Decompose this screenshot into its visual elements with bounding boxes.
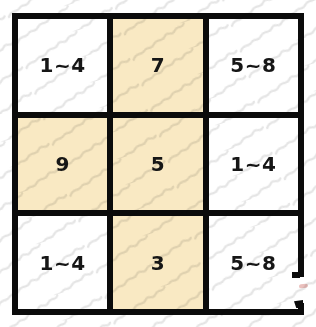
cell-r1-c1[interactable]: 5	[113, 118, 202, 211]
border-gap	[296, 277, 312, 303]
cell-r0-c1[interactable]: 7	[113, 19, 202, 112]
border-gap-upper-nub	[292, 272, 300, 278]
cell-r1-c2[interactable]: 1~4	[209, 118, 298, 211]
cell-r0-c0[interactable]: 1~4	[18, 19, 107, 112]
cell-r2-c1[interactable]: 3	[113, 216, 202, 309]
cell-r1-c0[interactable]: 9	[18, 118, 107, 211]
cell-r2-c0[interactable]: 1~4	[18, 216, 107, 309]
puzzle-grid: 1~4 7 5~8 9 5 1~4 1~4 3 5~8	[12, 13, 304, 315]
cell-r2-c2[interactable]: 5~8	[209, 216, 298, 309]
cell-r0-c2[interactable]: 5~8	[209, 19, 298, 112]
